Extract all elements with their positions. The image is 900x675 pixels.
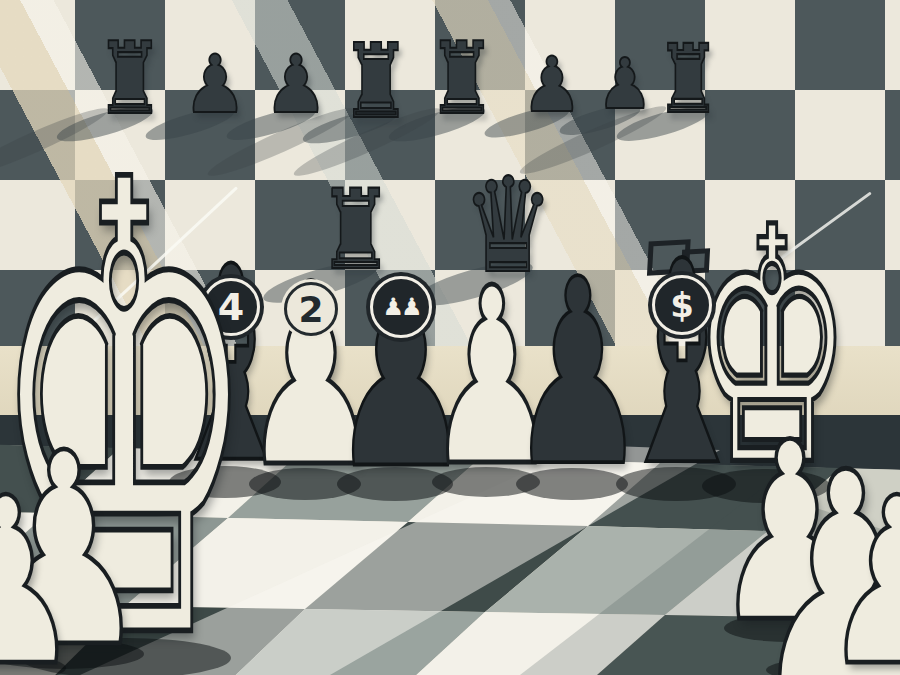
back-rook-3: ♜	[428, 29, 496, 129]
piece-glyph: ♟	[0, 468, 82, 675]
fg-pawn-left-b: ♟	[0, 468, 82, 675]
badge-text: $	[670, 285, 694, 325]
piece-glyph: ♟	[821, 468, 900, 675]
fg-pawn-right-c: ♟	[821, 468, 900, 675]
back-rook-2: ♜	[341, 30, 411, 133]
back-rook-5: ♜	[656, 33, 721, 127]
badge-text: ♟♟	[382, 293, 419, 321]
back-pawn-2: ♟	[264, 45, 329, 125]
piece-glyph: ♟	[597, 49, 653, 119]
back-pawn-4: ♟	[597, 49, 653, 119]
piece-glyph: ♜	[341, 30, 411, 133]
piece-glyph: ♜	[428, 29, 496, 129]
badge-dollar: $	[652, 275, 712, 335]
chess-illustration-scene: ♜ ♟ ♟ ♜ ♜ ♟ ♟ ♜ ♜ ♛ ♝ ♟ ♟ ♟ ♟ ♝ ♚ 4 2 ♟♟…	[0, 0, 900, 675]
piece-glyph: ♟	[521, 47, 582, 123]
piece-glyph: ♟	[264, 45, 329, 125]
badge-text: 2	[298, 289, 323, 330]
badge-twin-pawns: ♟♟	[370, 276, 432, 338]
back-pawn-3: ♟	[521, 47, 582, 123]
piece-glyph: ♜	[656, 33, 721, 127]
badge-value-2: 2	[284, 282, 338, 336]
